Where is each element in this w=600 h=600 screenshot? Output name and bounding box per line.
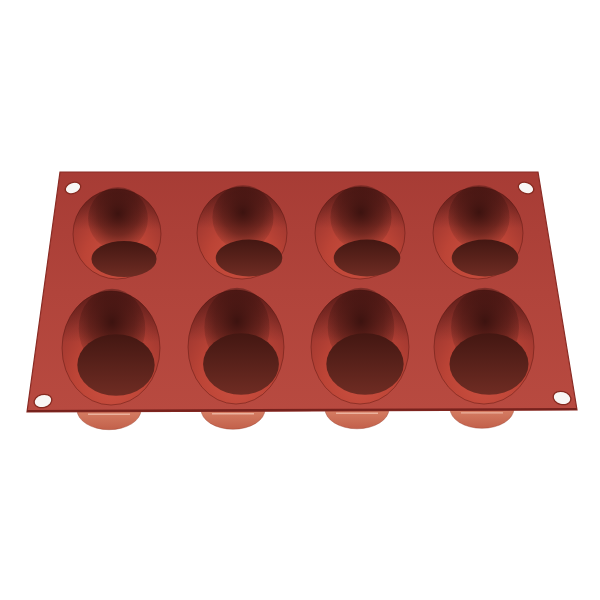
mold-svg xyxy=(0,0,600,600)
product-photo: Terracotta-red 8-cavity oval silicone ba… xyxy=(0,0,600,600)
